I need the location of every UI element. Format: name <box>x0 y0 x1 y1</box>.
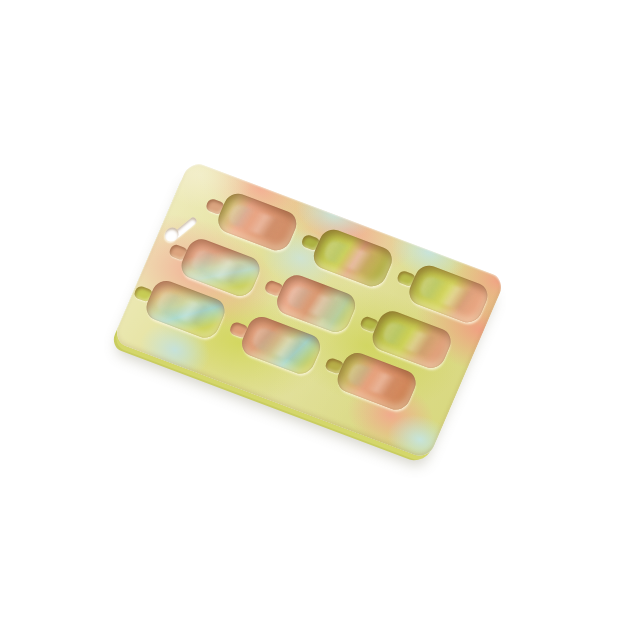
cavity-body <box>214 190 301 254</box>
popsicle-mold <box>112 160 506 460</box>
cavity-body <box>309 226 396 290</box>
product-photo-stage <box>0 0 624 624</box>
cavity-body <box>405 262 492 326</box>
